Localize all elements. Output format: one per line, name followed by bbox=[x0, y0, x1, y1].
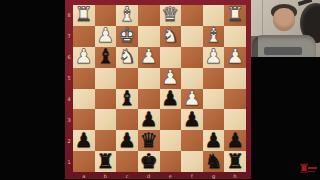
chess-board: 87654321 ♜♝♛♜♟♚♞♝♟♝♞♟♟♟♟♝♟♟♟♟♟♟♛♟♟♜♚♞♜ a… bbox=[65, 0, 251, 179]
square-d5[interactable] bbox=[138, 68, 160, 89]
rank-label-3: 3 bbox=[65, 109, 73, 130]
square-g4[interactable] bbox=[203, 89, 225, 110]
square-h2[interactable]: ♟ bbox=[224, 130, 246, 151]
square-b1[interactable]: ♜ bbox=[95, 151, 117, 172]
square-f4[interactable]: ♟ bbox=[181, 89, 203, 110]
square-e4[interactable]: ♟ bbox=[160, 89, 182, 110]
square-a6[interactable]: ♟ bbox=[73, 47, 95, 68]
piece-white-bishop[interactable]: ♝ bbox=[205, 26, 223, 45]
square-a2[interactable]: ♟ bbox=[73, 130, 95, 151]
square-a5[interactable] bbox=[73, 68, 95, 89]
piece-white-pawn[interactable]: ♟ bbox=[140, 47, 158, 66]
square-f8[interactable] bbox=[181, 5, 203, 26]
square-g6[interactable]: ♟ bbox=[203, 47, 225, 68]
square-g2[interactable]: ♟ bbox=[203, 130, 225, 151]
square-a3[interactable] bbox=[73, 109, 95, 130]
square-c2[interactable]: ♟ bbox=[116, 130, 138, 151]
square-d8[interactable] bbox=[138, 5, 160, 26]
square-h4[interactable] bbox=[224, 89, 246, 110]
piece-white-knight[interactable]: ♞ bbox=[118, 47, 136, 66]
square-h7[interactable] bbox=[224, 26, 246, 47]
square-c1[interactable] bbox=[116, 151, 138, 172]
rank-label-2: 2 bbox=[65, 130, 73, 151]
piece-black-king[interactable]: ♚ bbox=[140, 151, 158, 170]
piece-white-rook[interactable]: ♜ bbox=[226, 5, 244, 24]
piece-black-knight[interactable]: ♞ bbox=[205, 151, 223, 170]
piece-black-rook[interactable]: ♜ bbox=[96, 151, 114, 170]
logo-text-line bbox=[308, 167, 317, 169]
logo-text-line bbox=[308, 171, 315, 172]
piece-black-pawn[interactable]: ♟ bbox=[140, 109, 158, 128]
piece-white-bishop[interactable]: ♝ bbox=[118, 5, 136, 24]
square-g3[interactable] bbox=[203, 109, 225, 130]
square-e7[interactable]: ♞ bbox=[160, 26, 182, 47]
piece-black-pawn[interactable]: ♟ bbox=[75, 130, 93, 149]
square-b3[interactable] bbox=[95, 109, 117, 130]
piece-white-pawn[interactable]: ♟ bbox=[75, 47, 93, 66]
piece-black-pawn[interactable]: ♟ bbox=[205, 130, 223, 149]
piece-white-pawn[interactable]: ♟ bbox=[205, 47, 223, 66]
piece-black-bishop[interactable]: ♝ bbox=[118, 89, 136, 108]
file-label-g: g bbox=[203, 172, 225, 179]
square-g8[interactable] bbox=[203, 5, 225, 26]
piece-white-king[interactable]: ♚ bbox=[118, 26, 136, 45]
file-label-b: b bbox=[95, 172, 117, 179]
square-h8[interactable]: ♜ bbox=[224, 5, 246, 26]
square-g1[interactable]: ♞ bbox=[203, 151, 225, 172]
piece-black-bishop[interactable]: ♝ bbox=[96, 47, 114, 66]
rank-label-4: 4 bbox=[65, 89, 73, 110]
square-h1[interactable]: ♜ bbox=[224, 151, 246, 172]
square-c5[interactable] bbox=[116, 68, 138, 89]
piece-white-rook[interactable]: ♜ bbox=[75, 5, 93, 24]
piece-white-queen[interactable]: ♛ bbox=[161, 5, 179, 24]
square-e5[interactable]: ♟ bbox=[160, 68, 182, 89]
webcam-overlay bbox=[251, 0, 320, 57]
webcam-shadow bbox=[251, 36, 258, 57]
square-e2[interactable] bbox=[160, 130, 182, 151]
square-e8[interactable]: ♛ bbox=[160, 5, 182, 26]
shirt-print bbox=[264, 47, 302, 55]
square-d7[interactable] bbox=[138, 26, 160, 47]
rank-label-1: 1 bbox=[65, 151, 73, 172]
file-label-c: c bbox=[116, 172, 138, 179]
square-e3[interactable] bbox=[160, 109, 182, 130]
piece-white-pawn[interactable]: ♟ bbox=[226, 47, 244, 66]
square-c7[interactable]: ♚ bbox=[116, 26, 138, 47]
channel-logo: ♜ bbox=[298, 161, 320, 177]
piece-black-pawn[interactable]: ♟ bbox=[118, 130, 136, 149]
file-label-h: h bbox=[224, 172, 246, 179]
square-b8[interactable] bbox=[95, 5, 117, 26]
square-b6[interactable]: ♝ bbox=[95, 47, 117, 68]
video-frame: 87654321 ♜♝♛♜♟♚♞♝♟♝♞♟♟♟♟♝♟♟♟♟♟♟♛♟♟♜♚♞♜ a… bbox=[0, 0, 320, 180]
piece-white-knight[interactable]: ♞ bbox=[161, 26, 179, 45]
square-a7[interactable] bbox=[73, 26, 95, 47]
piece-white-pawn[interactable]: ♟ bbox=[161, 68, 179, 87]
piece-white-pawn[interactable]: ♟ bbox=[183, 89, 201, 108]
rank-label-5: 5 bbox=[65, 68, 73, 89]
piece-black-pawn[interactable]: ♟ bbox=[183, 109, 201, 128]
square-a8[interactable]: ♜ bbox=[73, 5, 95, 26]
rank-label-7: 7 bbox=[65, 26, 73, 47]
square-b4[interactable] bbox=[95, 89, 117, 110]
piece-black-queen[interactable]: ♛ bbox=[140, 130, 158, 149]
square-c8[interactable]: ♝ bbox=[116, 5, 138, 26]
rank-label-6: 6 bbox=[65, 47, 73, 68]
file-label-a: a bbox=[73, 172, 95, 179]
square-d2[interactable]: ♛ bbox=[138, 130, 160, 151]
file-labels: abcdefgh bbox=[73, 172, 246, 179]
rank-labels: 87654321 bbox=[65, 5, 73, 172]
piece-black-pawn[interactable]: ♟ bbox=[161, 89, 179, 108]
file-label-d: d bbox=[138, 172, 160, 179]
square-c3[interactable] bbox=[116, 109, 138, 130]
square-g7[interactable]: ♝ bbox=[203, 26, 225, 47]
square-c4[interactable]: ♝ bbox=[116, 89, 138, 110]
piece-black-pawn[interactable]: ♟ bbox=[226, 130, 244, 149]
square-g5[interactable] bbox=[203, 68, 225, 89]
board-grid[interactable]: ♜♝♛♜♟♚♞♝♟♝♞♟♟♟♟♝♟♟♟♟♟♟♛♟♟♜♚♞♜ bbox=[73, 5, 246, 172]
square-e6[interactable] bbox=[160, 47, 182, 68]
piece-black-rook[interactable]: ♜ bbox=[226, 151, 244, 170]
square-f5[interactable] bbox=[181, 68, 203, 89]
square-f6[interactable] bbox=[181, 47, 203, 68]
square-h5[interactable] bbox=[224, 68, 246, 89]
piece-white-pawn[interactable]: ♟ bbox=[96, 26, 114, 45]
square-e1[interactable] bbox=[160, 151, 182, 172]
square-b7[interactable]: ♟ bbox=[95, 26, 117, 47]
square-b2[interactable] bbox=[95, 130, 117, 151]
square-h3[interactable] bbox=[224, 109, 246, 130]
square-h6[interactable]: ♟ bbox=[224, 47, 246, 68]
square-d4[interactable] bbox=[138, 89, 160, 110]
square-f3[interactable]: ♟ bbox=[181, 109, 203, 130]
square-b5[interactable] bbox=[95, 68, 117, 89]
square-d6[interactable]: ♟ bbox=[138, 47, 160, 68]
square-f2[interactable] bbox=[181, 130, 203, 151]
streamer-face bbox=[273, 8, 295, 31]
rank-label-8: 8 bbox=[65, 5, 73, 26]
square-d3[interactable]: ♟ bbox=[138, 109, 160, 130]
square-a4[interactable] bbox=[73, 89, 95, 110]
file-label-f: f bbox=[181, 172, 203, 179]
file-label-e: e bbox=[160, 172, 182, 179]
square-c6[interactable]: ♞ bbox=[116, 47, 138, 68]
square-d1[interactable]: ♚ bbox=[138, 151, 160, 172]
square-f1[interactable] bbox=[181, 151, 203, 172]
square-f7[interactable] bbox=[181, 26, 203, 47]
square-a1[interactable] bbox=[73, 151, 95, 172]
